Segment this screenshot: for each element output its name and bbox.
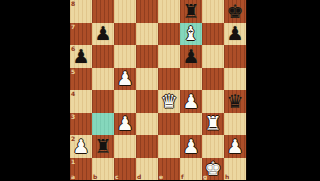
square-d3[interactable] — [136, 113, 158, 136]
square-a8[interactable]: 8 — [70, 0, 92, 23]
rank-label: 6 — [71, 45, 75, 52]
file-label: g — [203, 173, 207, 180]
square-g4[interactable] — [202, 90, 224, 113]
square-b2[interactable]: ♜ — [92, 135, 114, 158]
square-f5[interactable] — [180, 68, 202, 91]
square-h2[interactable]: ♟ — [224, 135, 246, 158]
square-a2[interactable]: 2♟ — [70, 135, 92, 158]
square-b5[interactable] — [92, 68, 114, 91]
square-b6[interactable] — [92, 45, 114, 68]
square-a6[interactable]: 6♟ — [70, 45, 92, 68]
square-g1[interactable]: g♚ — [202, 158, 224, 181]
square-g3[interactable]: ♜ — [202, 113, 224, 136]
square-e4[interactable]: ♛ — [158, 90, 180, 113]
square-b3[interactable] — [92, 113, 114, 136]
chess-board: 8♜♚7♟♝♟6♟♟5♟4♛♟♛3♟♜2♟♜♟♟1abcdefg♚h — [70, 0, 247, 180]
square-e5[interactable] — [158, 68, 180, 91]
file-label: b — [93, 173, 97, 180]
square-e3[interactable] — [158, 113, 180, 136]
white-rook: ♜ — [202, 113, 224, 136]
square-f4[interactable]: ♟ — [180, 90, 202, 113]
square-h6[interactable] — [224, 45, 246, 68]
square-f1[interactable]: f — [180, 158, 202, 181]
square-a4[interactable]: 4 — [70, 90, 92, 113]
square-c5[interactable]: ♟ — [114, 68, 136, 91]
square-d5[interactable] — [136, 68, 158, 91]
square-h5[interactable] — [224, 68, 246, 91]
rank-label: 2 — [71, 135, 75, 142]
square-c4[interactable] — [114, 90, 136, 113]
square-e1[interactable]: e — [158, 158, 180, 181]
square-e8[interactable] — [158, 0, 180, 23]
rank-label: 3 — [71, 113, 75, 120]
rank-label: 5 — [71, 68, 75, 75]
black-queen: ♛ — [224, 90, 246, 113]
square-c8[interactable] — [114, 0, 136, 23]
black-pawn: ♟ — [92, 23, 114, 46]
file-label: e — [159, 173, 163, 180]
square-f7[interactable]: ♝ — [180, 23, 202, 46]
black-pawn: ♟ — [180, 45, 202, 68]
square-d8[interactable] — [136, 0, 158, 23]
black-rook: ♜ — [180, 0, 202, 23]
square-d4[interactable] — [136, 90, 158, 113]
square-d2[interactable] — [136, 135, 158, 158]
square-g5[interactable] — [202, 68, 224, 91]
square-c2[interactable] — [114, 135, 136, 158]
white-pawn: ♟ — [180, 90, 202, 113]
square-e6[interactable] — [158, 45, 180, 68]
rank-label: 1 — [71, 158, 75, 165]
square-c7[interactable] — [114, 23, 136, 46]
square-h7[interactable]: ♟ — [224, 23, 246, 46]
square-f8[interactable]: ♜ — [180, 0, 202, 23]
white-pawn: ♟ — [180, 135, 202, 158]
rank-label: 7 — [71, 23, 75, 30]
square-h3[interactable] — [224, 113, 246, 136]
screenshot-stage: 8♜♚7♟♝♟6♟♟5♟4♛♟♛3♟♜2♟♜♟♟1abcdefg♚h — [0, 0, 320, 180]
square-g2[interactable] — [202, 135, 224, 158]
file-label: d — [137, 173, 141, 180]
white-pawn: ♟ — [114, 113, 136, 136]
square-f2[interactable]: ♟ — [180, 135, 202, 158]
square-e2[interactable] — [158, 135, 180, 158]
square-h1[interactable]: h — [224, 158, 246, 181]
square-d7[interactable] — [136, 23, 158, 46]
square-d1[interactable]: d — [136, 158, 158, 181]
square-h4[interactable]: ♛ — [224, 90, 246, 113]
white-pawn: ♟ — [224, 135, 246, 158]
square-f6[interactable]: ♟ — [180, 45, 202, 68]
rank-label: 4 — [71, 90, 75, 97]
square-e7[interactable] — [158, 23, 180, 46]
file-label: a — [71, 173, 75, 180]
black-king: ♚ — [224, 0, 246, 23]
file-label: f — [181, 173, 184, 180]
square-g8[interactable] — [202, 0, 224, 23]
black-rook: ♜ — [92, 135, 114, 158]
square-h8[interactable]: ♚ — [224, 0, 246, 23]
square-b8[interactable] — [92, 0, 114, 23]
square-b4[interactable] — [92, 90, 114, 113]
square-c6[interactable] — [114, 45, 136, 68]
white-queen: ♛ — [158, 90, 180, 113]
square-c3[interactable]: ♟ — [114, 113, 136, 136]
square-c1[interactable]: c — [114, 158, 136, 181]
white-bishop: ♝ — [180, 23, 202, 46]
file-label: c — [115, 173, 119, 180]
square-d6[interactable] — [136, 45, 158, 68]
black-pawn: ♟ — [224, 23, 246, 46]
square-a3[interactable]: 3 — [70, 113, 92, 136]
square-g7[interactable] — [202, 23, 224, 46]
rank-label: 8 — [71, 0, 75, 7]
square-a5[interactable]: 5 — [70, 68, 92, 91]
white-pawn: ♟ — [114, 68, 136, 91]
square-b7[interactable]: ♟ — [92, 23, 114, 46]
square-g6[interactable] — [202, 45, 224, 68]
square-a7[interactable]: 7 — [70, 23, 92, 46]
square-a1[interactable]: 1a — [70, 158, 92, 181]
file-label: h — [225, 173, 229, 180]
square-f3[interactable] — [180, 113, 202, 136]
square-b1[interactable]: b — [92, 158, 114, 181]
